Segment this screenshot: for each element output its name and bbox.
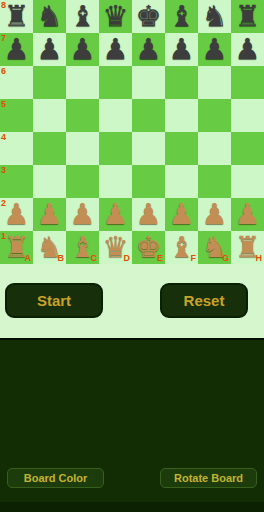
square-h7[interactable]: ♟: [231, 33, 264, 66]
piece-black-pawn: ♟: [202, 33, 228, 66]
square-e1[interactable]: E♚: [132, 231, 165, 264]
square-f5[interactable]: [165, 99, 198, 132]
square-c4[interactable]: [66, 132, 99, 165]
square-b1[interactable]: B♞: [33, 231, 66, 264]
square-g6[interactable]: [198, 66, 231, 99]
square-g8[interactable]: ♞: [198, 0, 231, 33]
square-g3[interactable]: [198, 165, 231, 198]
piece-white-pawn: ♟: [37, 198, 63, 231]
piece-black-pawn: ♟: [4, 33, 30, 66]
square-f6[interactable]: [165, 66, 198, 99]
file-label: A: [25, 254, 32, 263]
rank-label: 7: [1, 34, 6, 43]
piece-white-pawn: ♟: [103, 198, 129, 231]
square-d2[interactable]: ♟: [99, 198, 132, 231]
square-b7[interactable]: ♟: [33, 33, 66, 66]
square-d8[interactable]: ♛: [99, 0, 132, 33]
square-e7[interactable]: ♟: [132, 33, 165, 66]
rotate-board-button[interactable]: Rotate Board: [160, 468, 257, 488]
square-h8[interactable]: ♜: [231, 0, 264, 33]
square-f2[interactable]: ♟: [165, 198, 198, 231]
piece-black-knight: ♞: [202, 0, 228, 33]
chess-board: 8♜♞♝♛♚♝♞♜7♟♟♟♟♟♟♟♟65432♟♟♟♟♟♟♟♟1A♜B♞C♝D♛…: [0, 0, 264, 264]
piece-black-bishop: ♝: [70, 0, 96, 33]
piece-white-pawn: ♟: [4, 198, 30, 231]
square-f7[interactable]: ♟: [165, 33, 198, 66]
piece-black-rook: ♜: [4, 0, 30, 33]
square-d1[interactable]: D♛: [99, 231, 132, 264]
square-a6[interactable]: 6: [0, 66, 33, 99]
square-b6[interactable]: [33, 66, 66, 99]
reset-button[interactable]: Reset: [160, 283, 248, 318]
piece-black-pawn: ♟: [136, 33, 162, 66]
square-g1[interactable]: G♞: [198, 231, 231, 264]
file-label: G: [222, 254, 229, 263]
square-d4[interactable]: [99, 132, 132, 165]
square-e3[interactable]: [132, 165, 165, 198]
square-a8[interactable]: 8♜: [0, 0, 33, 33]
rank-label: 1: [1, 232, 6, 241]
piece-white-pawn: ♟: [169, 198, 195, 231]
square-c7[interactable]: ♟: [66, 33, 99, 66]
square-b4[interactable]: [33, 132, 66, 165]
file-label: D: [124, 254, 131, 263]
piece-black-king: ♚: [136, 0, 162, 33]
square-d5[interactable]: [99, 99, 132, 132]
square-h5[interactable]: [231, 99, 264, 132]
piece-white-pawn: ♟: [202, 198, 228, 231]
piece-white-pawn: ♟: [235, 198, 261, 231]
square-c2[interactable]: ♟: [66, 198, 99, 231]
board-color-button[interactable]: Board Color: [7, 468, 104, 488]
square-g4[interactable]: [198, 132, 231, 165]
control-strip: Start Reset: [0, 264, 264, 338]
file-label: H: [256, 254, 263, 263]
piece-black-pawn: ♟: [235, 33, 261, 66]
bottom-nav-strip: [0, 502, 264, 512]
rank-label: 8: [1, 1, 6, 10]
square-h1[interactable]: H♜: [231, 231, 264, 264]
square-f4[interactable]: [165, 132, 198, 165]
square-c6[interactable]: [66, 66, 99, 99]
square-c3[interactable]: [66, 165, 99, 198]
file-label: E: [157, 254, 163, 263]
square-e6[interactable]: [132, 66, 165, 99]
square-b8[interactable]: ♞: [33, 0, 66, 33]
square-d6[interactable]: [99, 66, 132, 99]
square-a5[interactable]: 5: [0, 99, 33, 132]
square-f1[interactable]: F♝: [165, 231, 198, 264]
square-e5[interactable]: [132, 99, 165, 132]
rank-label: 3: [1, 166, 6, 175]
rank-label: 4: [1, 133, 6, 142]
square-a4[interactable]: 4: [0, 132, 33, 165]
piece-black-pawn: ♟: [169, 33, 195, 66]
square-a7[interactable]: 7♟: [0, 33, 33, 66]
move-log-panel: Board Color Rotate Board: [0, 338, 264, 512]
square-g2[interactable]: ♟: [198, 198, 231, 231]
square-a1[interactable]: 1A♜: [0, 231, 33, 264]
square-c8[interactable]: ♝: [66, 0, 99, 33]
square-b5[interactable]: [33, 99, 66, 132]
square-h4[interactable]: [231, 132, 264, 165]
piece-white-pawn: ♟: [70, 198, 96, 231]
square-h6[interactable]: [231, 66, 264, 99]
square-e2[interactable]: ♟: [132, 198, 165, 231]
square-g7[interactable]: ♟: [198, 33, 231, 66]
file-label: C: [91, 254, 98, 263]
square-f3[interactable]: [165, 165, 198, 198]
square-d3[interactable]: [99, 165, 132, 198]
square-a2[interactable]: 2♟: [0, 198, 33, 231]
square-h3[interactable]: [231, 165, 264, 198]
piece-black-bishop: ♝: [169, 0, 195, 33]
square-g5[interactable]: [198, 99, 231, 132]
square-f8[interactable]: ♝: [165, 0, 198, 33]
square-e8[interactable]: ♚: [132, 0, 165, 33]
start-button[interactable]: Start: [5, 283, 103, 318]
piece-black-knight: ♞: [37, 0, 63, 33]
rank-label: 6: [1, 67, 6, 76]
square-c5[interactable]: [66, 99, 99, 132]
square-d7[interactable]: ♟: [99, 33, 132, 66]
piece-black-queen: ♛: [103, 0, 129, 33]
rank-label: 2: [1, 199, 6, 208]
square-b3[interactable]: [33, 165, 66, 198]
piece-black-pawn: ♟: [37, 33, 63, 66]
piece-white-pawn: ♟: [136, 198, 162, 231]
piece-black-rook: ♜: [235, 0, 261, 33]
piece-black-pawn: ♟: [103, 33, 129, 66]
square-e4[interactable]: [132, 132, 165, 165]
square-h2[interactable]: ♟: [231, 198, 264, 231]
square-c1[interactable]: C♝: [66, 231, 99, 264]
square-b2[interactable]: ♟: [33, 198, 66, 231]
rank-label: 5: [1, 100, 6, 109]
piece-black-pawn: ♟: [70, 33, 96, 66]
file-label: F: [191, 254, 197, 263]
square-a3[interactable]: 3: [0, 165, 33, 198]
file-label: B: [58, 254, 65, 263]
